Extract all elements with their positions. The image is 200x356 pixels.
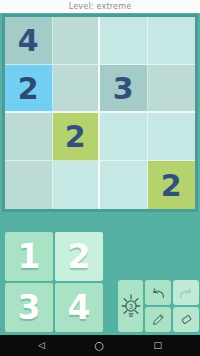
grid-cell-r3c1[interactable] [53, 161, 101, 209]
grid-cell-r3c2[interactable] [100, 161, 148, 209]
grid-cell-r0c1[interactable] [53, 17, 101, 65]
home-icon[interactable]: ○ [94, 335, 104, 356]
sudoku-board: 42322 [2, 14, 198, 212]
numpad-key-1[interactable]: 1 [5, 232, 53, 281]
eraser-icon [179, 312, 194, 327]
sudoku-app-screen: Level: extreme 42322 1234 3 [0, 0, 200, 356]
grid-cell-r0c0[interactable]: 4 [5, 17, 53, 65]
numpad-key-3[interactable]: 3 [5, 283, 53, 332]
grid-cell-r3c0[interactable] [5, 161, 53, 209]
redo-arrow-icon [178, 286, 194, 300]
grid-cell-r2c1[interactable]: 2 [53, 113, 101, 161]
tool-panel: 3 [118, 280, 199, 332]
grid-cell-r2c3[interactable] [148, 113, 196, 161]
grid-cell-r1c3[interactable] [148, 65, 196, 113]
number-pad: 1234 [5, 232, 103, 332]
android-nav-bar: ◁ ○ □ [0, 335, 200, 356]
eraser-button[interactable] [173, 307, 199, 332]
grid-cell-r2c2[interactable] [100, 113, 148, 161]
grid-cell-r1c0[interactable]: 2 [5, 65, 53, 113]
hint-count: 3 [128, 302, 132, 311]
level-bar: Level: extreme [0, 0, 200, 13]
level-label: Level: extreme [69, 2, 132, 11]
lightbulb-icon: 3 [120, 291, 142, 321]
hint-button[interactable]: 3 [118, 280, 143, 332]
undo-arrow-icon [150, 286, 166, 300]
back-icon[interactable]: ◁ [38, 335, 45, 356]
grid-cell-r0c3[interactable] [148, 17, 196, 65]
numpad-key-4[interactable]: 4 [55, 283, 103, 332]
redo-button[interactable] [173, 280, 199, 305]
undo-button[interactable] [145, 280, 171, 305]
grid-cell-r2c0[interactable] [5, 113, 53, 161]
numpad-key-2[interactable]: 2 [55, 232, 103, 281]
grid-cell-r1c2[interactable]: 3 [100, 65, 148, 113]
recents-icon[interactable]: □ [153, 335, 162, 356]
grid-cell-r1c1[interactable] [53, 65, 101, 113]
grid-cell-r0c2[interactable] [100, 17, 148, 65]
pencil-button[interactable] [145, 307, 171, 332]
pencil-icon [151, 312, 166, 327]
grid-cell-r3c3[interactable]: 2 [148, 161, 196, 209]
